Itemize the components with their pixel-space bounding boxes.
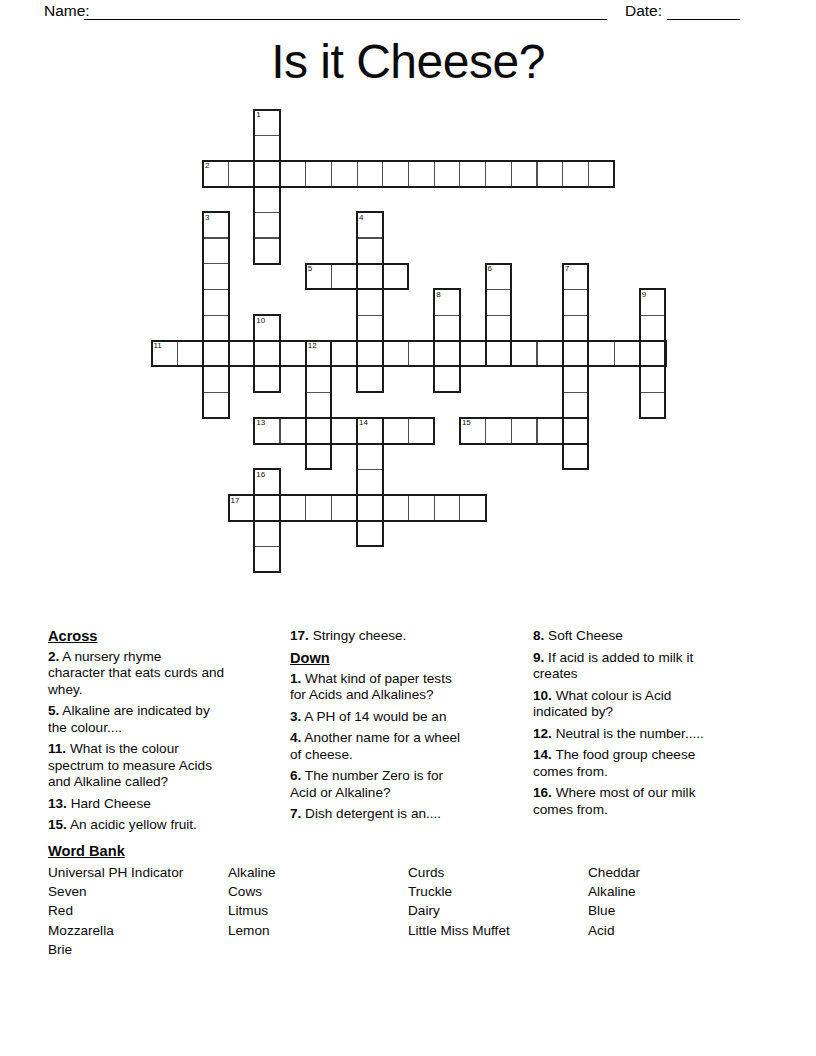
grid-cell-r12c12[interactable]: 15 (459, 417, 486, 444)
clue-down-8: 8. Soft Cheese (533, 628, 767, 644)
clue-number: 15. (48, 817, 67, 832)
word-bank-item: Cheddar (588, 863, 768, 882)
grid-cell-r12c15[interactable] (537, 417, 564, 444)
page-title: Is it Cheese? (0, 34, 816, 89)
grid-cell-r7c11[interactable]: 8 (434, 289, 461, 316)
cell-number: 8 (436, 290, 440, 299)
grid-cell-r6c6[interactable]: 5 (305, 263, 332, 290)
crossword-worksheet-page: { "game": "crossword", "header": { "name… (0, 0, 816, 1056)
cell-number: 13 (256, 418, 265, 427)
grid-cell-r12c16[interactable] (562, 417, 589, 444)
grid-cell-r5c4[interactable] (254, 238, 281, 265)
grid-cell-r6c7[interactable] (331, 263, 358, 290)
grid-cell-r9c1[interactable] (177, 340, 204, 367)
grid-cell-r15c4[interactable] (254, 495, 281, 522)
grid-cell-r8c11[interactable] (434, 315, 461, 342)
clue-across-13: 13. Hard Cheese (48, 796, 276, 812)
grid-cell-r9c11[interactable] (434, 340, 461, 367)
word-bank-column-3: CurdsTruckleDairyLittle Miss Muffet (408, 863, 588, 959)
clue-number: 4. (290, 730, 301, 745)
clue-number: 3. (290, 709, 301, 724)
grid-cell-r15c5[interactable] (280, 495, 307, 522)
grid-cell-r2c8[interactable] (357, 160, 384, 187)
grid-cell-r15c6[interactable] (305, 495, 332, 522)
grid-cell-r10c11[interactable] (434, 366, 461, 393)
grid-cell-r9c17[interactable] (588, 340, 615, 367)
grid-cell-r16c4[interactable] (254, 520, 281, 547)
grid-cell-r3c4[interactable] (254, 186, 281, 213)
grid-cell-r2c3[interactable] (228, 160, 255, 187)
grid-cell-r2c7[interactable] (331, 160, 358, 187)
grid-cell-r8c8[interactable] (357, 315, 384, 342)
grid-cell-r4c8[interactable]: 4 (357, 212, 384, 239)
grid-cell-r6c16[interactable]: 7 (562, 263, 589, 290)
grid-cell-r9c3[interactable] (228, 340, 255, 367)
grid-cell-r5c2[interactable] (202, 238, 229, 265)
grid-cell-r7c13[interactable] (485, 289, 512, 316)
clue-down-3: 3. A PH of 14 would be an (290, 709, 528, 725)
clue-down-16: 16. Where most of our milk comes from. (533, 785, 767, 818)
grid-cell-r13c16[interactable] (562, 443, 589, 470)
grid-cell-r2c2[interactable]: 2 (202, 160, 229, 187)
grid-cell-r9c4[interactable] (254, 340, 281, 367)
grid-cell-r13c8[interactable] (357, 443, 384, 470)
grid-cell-r12c10[interactable] (408, 417, 435, 444)
clue-number: 10. (533, 688, 552, 703)
grid-cell-r9c6[interactable]: 12 (305, 340, 332, 367)
clue-down-1: 1. What kind of paper tests for Acids an… (290, 671, 528, 704)
grid-cell-r15c10[interactable] (408, 495, 435, 522)
clue-number: 16. (533, 785, 552, 800)
grid-cell-r11c6[interactable] (305, 392, 332, 419)
grid-cell-r11c16[interactable] (562, 392, 589, 419)
grid-cell-r2c5[interactable] (280, 160, 307, 187)
name-label: Name: (44, 2, 90, 20)
grid-cell-r4c4[interactable] (254, 212, 281, 239)
word-bank-column-4: CheddarAlkalineBlueAcid (588, 863, 768, 959)
grid-cell-r12c8[interactable]: 14 (357, 417, 384, 444)
grid-cell-r2c16[interactable] (562, 160, 589, 187)
cell-number: 5 (308, 264, 312, 273)
cell-number: 16 (256, 470, 265, 479)
grid-cell-r2c9[interactable] (382, 160, 409, 187)
cell-number: 6 (488, 264, 492, 273)
grid-cell-r12c6[interactable] (305, 417, 332, 444)
grid-cell-r12c7[interactable] (331, 417, 358, 444)
grid-cell-r8c16[interactable] (562, 315, 589, 342)
grid-cell-r9c18[interactable] (614, 340, 641, 367)
grid-cell-r10c16[interactable] (562, 366, 589, 393)
clue-down-7: 7. Dish detergent is an.... (290, 806, 528, 822)
grid-cell-r10c4[interactable] (254, 366, 281, 393)
word-bank-item: Brie (48, 940, 228, 959)
grid-cell-r7c8[interactable] (357, 289, 384, 316)
clues-column-across: Across2. A nursery rhyme character that … (48, 628, 276, 839)
across-heading: Across (48, 628, 276, 645)
grid-cell-r9c10[interactable] (408, 340, 435, 367)
grid-cell-r9c19[interactable] (639, 340, 666, 367)
clue-down-14: 14. The food group cheese comes from. (533, 747, 767, 780)
clue-number: 8. (533, 628, 544, 643)
grid-cell-r14c8[interactable] (357, 469, 384, 496)
word-bank-item: Seven (48, 882, 228, 901)
grid-cell-r2c10[interactable] (408, 160, 435, 187)
clue-number: 1. (290, 671, 301, 686)
grid-cell-r11c19[interactable] (639, 392, 666, 419)
word-bank-item: Red (48, 901, 228, 920)
grid-cell-r8c19[interactable] (639, 315, 666, 342)
grid-cell-r2c13[interactable] (485, 160, 512, 187)
clue-down-12: 12. Neutral is the number..... (533, 726, 767, 742)
clue-down-10: 10. What colour is Acid indicated by? (533, 688, 767, 721)
cell-number: 15 (462, 418, 471, 427)
cell-number: 10 (256, 316, 265, 325)
grid-cell-r9c7[interactable] (331, 340, 358, 367)
grid-cell-r11c2[interactable] (202, 392, 229, 419)
clue-number: 13. (48, 796, 67, 811)
clue-across-2: 2. A nursery rhyme character that eats c… (48, 649, 276, 698)
clue-number: 7. (290, 806, 301, 821)
grid-cell-r8c2[interactable] (202, 315, 229, 342)
grid-cell-r9c2[interactable] (202, 340, 229, 367)
grid-cell-r14c4[interactable]: 16 (254, 469, 281, 496)
word-bank-item: Mozzarella (48, 921, 228, 940)
grid-cell-r9c8[interactable] (357, 340, 384, 367)
word-bank-item: Lemon (228, 921, 408, 940)
grid-cell-r9c15[interactable] (537, 340, 564, 367)
cell-number: 1 (256, 110, 260, 119)
grid-cell-r6c8[interactable] (357, 263, 384, 290)
clue-number: 17. (290, 628, 309, 643)
grid-cell-r17c4[interactable] (254, 546, 281, 573)
name-blank-line[interactable] (84, 19, 607, 20)
grid-cell-r12c4[interactable]: 13 (254, 417, 281, 444)
word-bank-item: Acid (588, 921, 768, 940)
grid-cell-r7c2[interactable] (202, 289, 229, 316)
cell-number: 14 (359, 418, 368, 427)
grid-cell-r16c8[interactable] (357, 520, 384, 547)
clue-across-11: 11. What is the colour spectrum to measu… (48, 741, 276, 790)
word-bank-item: Little Miss Muffet (408, 921, 588, 940)
cell-number: 9 (642, 290, 646, 299)
grid-cell-r7c19[interactable]: 9 (639, 289, 666, 316)
grid-cell-r9c13[interactable] (485, 340, 512, 367)
clue-down-9: 9. If acid is added to milk it creates (533, 650, 767, 683)
grid-cell-r12c5[interactable] (280, 417, 307, 444)
grid-cell-r12c13[interactable] (485, 417, 512, 444)
grid-cell-r2c12[interactable] (459, 160, 486, 187)
word-bank-item: Curds (408, 863, 588, 882)
word-bank-item: Blue (588, 901, 768, 920)
grid-cell-r15c12[interactable] (459, 495, 486, 522)
cell-number: 2 (205, 161, 209, 170)
grid-cell-r8c4[interactable]: 10 (254, 315, 281, 342)
grid-cell-r7c16[interactable] (562, 289, 589, 316)
cell-number: 12 (308, 341, 317, 350)
cell-number: 7 (565, 264, 569, 273)
clue-across-5: 5. Alkaline are indicated by the colour.… (48, 703, 276, 736)
grid-cell-r6c2[interactable] (202, 263, 229, 290)
word-bank-item: Dairy (408, 901, 588, 920)
grid-cell-r9c9[interactable] (382, 340, 409, 367)
down-heading: Down (290, 650, 528, 667)
word-bank-column-1: Universal PH IndicatorSevenRedMozzarella… (48, 863, 228, 959)
grid-cell-r0c4[interactable]: 1 (254, 109, 281, 136)
grid-cell-r15c7[interactable] (331, 495, 358, 522)
clue-across-15: 15. An acidic yellow fruit. (48, 817, 276, 833)
grid-cell-r6c9[interactable] (382, 263, 409, 290)
grid-cell-r10c6[interactable] (305, 366, 332, 393)
word-bank-item: Cows (228, 882, 408, 901)
grid-cell-r9c14[interactable] (511, 340, 538, 367)
cell-number: 3 (205, 213, 209, 222)
grid-cell-r2c15[interactable] (537, 160, 564, 187)
cell-number: 11 (154, 341, 162, 350)
grid-cell-r9c16[interactable] (562, 340, 589, 367)
grid-cell-r10c8[interactable] (357, 366, 384, 393)
grid-cell-r9c12[interactable] (459, 340, 486, 367)
word-bank-item: Litmus (228, 901, 408, 920)
date-label: Date: (625, 2, 662, 20)
clue-number: 5. (48, 703, 59, 718)
clue-down-6: 6. The number Zero is for Acid or Alkali… (290, 768, 528, 801)
word-bank-heading: Word Bank (48, 843, 125, 859)
clue-number: 11. (48, 741, 66, 756)
word-bank-column-2: AlkalineCowsLitmusLemon (228, 863, 408, 959)
word-bank: Universal PH IndicatorSevenRedMozzarella… (48, 863, 768, 959)
clue-across-17: 17. Stringy cheese. (290, 628, 528, 644)
clues-column-middle: 17. Stringy cheese.Down1. What kind of p… (290, 628, 528, 828)
grid-cell-r9c5[interactable] (280, 340, 307, 367)
grid-cell-r15c9[interactable] (382, 495, 409, 522)
clue-number: 6. (290, 768, 301, 783)
grid-cell-r15c3[interactable]: 17 (228, 495, 255, 522)
clue-number: 2. (48, 649, 59, 664)
word-bank-item: Universal PH Indicator (48, 863, 228, 882)
grid-cell-r8c13[interactable] (485, 315, 512, 342)
grid-cell-r5c8[interactable] (357, 238, 384, 265)
grid-cell-r15c11[interactable] (434, 495, 461, 522)
grid-cell-r6c13[interactable]: 6 (485, 263, 512, 290)
word-bank-item: Truckle (408, 882, 588, 901)
date-blank-line[interactable] (667, 19, 740, 20)
grid-cell-r2c11[interactable] (434, 160, 461, 187)
grid-cell-r2c14[interactable] (511, 160, 538, 187)
cell-number: 4 (359, 213, 363, 222)
grid-cell-r10c19[interactable] (639, 366, 666, 393)
grid-cell-r15c8[interactable] (357, 495, 384, 522)
grid-cell-r12c9[interactable] (382, 417, 409, 444)
word-bank-item: Alkaline (228, 863, 408, 882)
grid-cell-r13c6[interactable] (305, 443, 332, 470)
cell-number: 17 (231, 496, 240, 505)
clue-number: 9. (533, 650, 544, 665)
grid-cell-r1c4[interactable] (254, 135, 281, 162)
clue-number: 12. (533, 726, 552, 741)
grid-cell-r2c4[interactable] (254, 160, 281, 187)
grid-cell-r2c6[interactable] (305, 160, 332, 187)
grid-cell-r12c14[interactable] (511, 417, 538, 444)
grid-cell-r10c2[interactable] (202, 366, 229, 393)
grid-cell-r2c17[interactable] (588, 160, 615, 187)
word-bank-item: Alkaline (588, 882, 768, 901)
clue-down-4: 4. Another name for a wheel of cheese. (290, 730, 528, 763)
clue-number: 14. (533, 747, 552, 762)
grid-cell-r4c2[interactable]: 3 (202, 212, 229, 239)
grid-cell-r9c0[interactable]: 11 (151, 340, 178, 367)
clues-column-down: 8. Soft Cheese9. If acid is added to mil… (533, 628, 767, 823)
